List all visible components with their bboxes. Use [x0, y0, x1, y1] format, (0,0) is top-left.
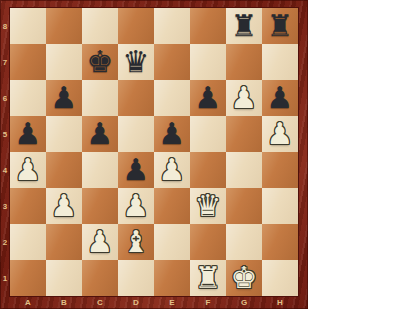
piece-white-pawn[interactable]: ♟: [262, 116, 298, 152]
rank-labels: 87654321: [0, 8, 10, 296]
rank-label: 4: [0, 152, 10, 188]
square-a4[interactable]: ♟: [10, 152, 46, 188]
piece-white-pawn[interactable]: ♟: [46, 188, 82, 224]
square-f6[interactable]: ♟: [190, 80, 226, 116]
square-h3[interactable]: [262, 188, 298, 224]
piece-black-rook[interactable]: ♜: [262, 8, 298, 44]
file-label: C: [82, 296, 118, 309]
rank-label: 1: [0, 260, 10, 296]
square-f4[interactable]: [190, 152, 226, 188]
square-d7[interactable]: ♛: [118, 44, 154, 80]
piece-black-pawn[interactable]: ♟: [262, 80, 298, 116]
piece-black-king[interactable]: ♚: [82, 44, 118, 80]
rank-label: 7: [0, 44, 10, 80]
square-d6[interactable]: [118, 80, 154, 116]
square-f8[interactable]: [190, 8, 226, 44]
file-label: E: [154, 296, 190, 309]
square-h6[interactable]: ♟: [262, 80, 298, 116]
piece-white-bishop[interactable]: ♝: [118, 224, 154, 260]
square-d3[interactable]: ♟: [118, 188, 154, 224]
square-h7[interactable]: [262, 44, 298, 80]
square-f3[interactable]: ♛: [190, 188, 226, 224]
square-d5[interactable]: [118, 116, 154, 152]
square-e3[interactable]: [154, 188, 190, 224]
square-d2[interactable]: ♝: [118, 224, 154, 260]
square-d8[interactable]: [118, 8, 154, 44]
file-label: H: [262, 296, 298, 309]
piece-black-pawn[interactable]: ♟: [118, 152, 154, 188]
board-frame: 87654321 ♜♜♚♛♟♟♟♟♟♟♟♟♟♟♟♟♟♛♟♝♜♚ ABCDEFGH: [0, 0, 308, 309]
chess-diagram: 87654321 ♜♜♚♛♟♟♟♟♟♟♟♟♟♟♟♟♟♛♟♝♜♚ ABCDEFGH: [0, 0, 414, 311]
square-b1[interactable]: [46, 260, 82, 296]
piece-white-pawn[interactable]: ♟: [226, 80, 262, 116]
square-e7[interactable]: [154, 44, 190, 80]
file-label: D: [118, 296, 154, 309]
square-b3[interactable]: ♟: [46, 188, 82, 224]
square-e8[interactable]: [154, 8, 190, 44]
square-a5[interactable]: ♟: [10, 116, 46, 152]
square-g7[interactable]: [226, 44, 262, 80]
piece-black-pawn[interactable]: ♟: [10, 116, 46, 152]
square-e5[interactable]: ♟: [154, 116, 190, 152]
square-b5[interactable]: [46, 116, 82, 152]
square-f2[interactable]: [190, 224, 226, 260]
square-g2[interactable]: [226, 224, 262, 260]
square-e1[interactable]: [154, 260, 190, 296]
file-label: A: [10, 296, 46, 309]
piece-black-rook[interactable]: ♜: [226, 8, 262, 44]
file-label: B: [46, 296, 82, 309]
square-c8[interactable]: [82, 8, 118, 44]
square-b4[interactable]: [46, 152, 82, 188]
rank-label: 8: [0, 8, 10, 44]
square-b2[interactable]: [46, 224, 82, 260]
square-g6[interactable]: ♟: [226, 80, 262, 116]
board-squares: ♜♜♚♛♟♟♟♟♟♟♟♟♟♟♟♟♟♛♟♝♜♚: [10, 8, 298, 296]
square-a1[interactable]: [10, 260, 46, 296]
square-h4[interactable]: [262, 152, 298, 188]
square-d4[interactable]: ♟: [118, 152, 154, 188]
square-g4[interactable]: [226, 152, 262, 188]
file-label: F: [190, 296, 226, 309]
square-e6[interactable]: [154, 80, 190, 116]
square-a7[interactable]: [10, 44, 46, 80]
square-c6[interactable]: [82, 80, 118, 116]
file-labels: ABCDEFGH: [10, 296, 298, 309]
square-a3[interactable]: [10, 188, 46, 224]
rank-label: 2: [0, 224, 10, 260]
piece-white-pawn[interactable]: ♟: [82, 224, 118, 260]
square-g5[interactable]: [226, 116, 262, 152]
piece-black-pawn[interactable]: ♟: [46, 80, 82, 116]
square-b7[interactable]: [46, 44, 82, 80]
square-c3[interactable]: [82, 188, 118, 224]
square-g3[interactable]: [226, 188, 262, 224]
square-e4[interactable]: ♟: [154, 152, 190, 188]
piece-black-pawn[interactable]: ♟: [82, 116, 118, 152]
square-e2[interactable]: [154, 224, 190, 260]
square-h2[interactable]: [262, 224, 298, 260]
square-d1[interactable]: [118, 260, 154, 296]
square-b8[interactable]: [46, 8, 82, 44]
piece-white-pawn[interactable]: ♟: [10, 152, 46, 188]
square-a2[interactable]: [10, 224, 46, 260]
square-g1[interactable]: ♚: [226, 260, 262, 296]
square-c2[interactable]: ♟: [82, 224, 118, 260]
rank-label: 6: [0, 80, 10, 116]
square-f7[interactable]: [190, 44, 226, 80]
square-c7[interactable]: ♚: [82, 44, 118, 80]
square-f1[interactable]: ♜: [190, 260, 226, 296]
piece-white-pawn[interactable]: ♟: [154, 152, 190, 188]
square-c1[interactable]: [82, 260, 118, 296]
square-c5[interactable]: ♟: [82, 116, 118, 152]
square-f5[interactable]: [190, 116, 226, 152]
rank-label: 3: [0, 188, 10, 224]
piece-black-pawn[interactable]: ♟: [190, 80, 226, 116]
square-a8[interactable]: [10, 8, 46, 44]
file-label: G: [226, 296, 262, 309]
piece-white-king[interactable]: ♚: [226, 260, 262, 296]
square-b6[interactable]: ♟: [46, 80, 82, 116]
square-g8[interactable]: ♜: [226, 8, 262, 44]
square-h1[interactable]: [262, 260, 298, 296]
piece-white-rook[interactable]: ♜: [190, 260, 226, 296]
square-h8[interactable]: ♜: [262, 8, 298, 44]
square-a6[interactable]: [10, 80, 46, 116]
piece-white-queen[interactable]: ♛: [190, 188, 226, 224]
piece-black-pawn[interactable]: ♟: [154, 116, 190, 152]
rank-label: 5: [0, 116, 10, 152]
piece-white-pawn[interactable]: ♟: [118, 188, 154, 224]
square-h5[interactable]: ♟: [262, 116, 298, 152]
square-c4[interactable]: [82, 152, 118, 188]
piece-black-queen[interactable]: ♛: [118, 44, 154, 80]
